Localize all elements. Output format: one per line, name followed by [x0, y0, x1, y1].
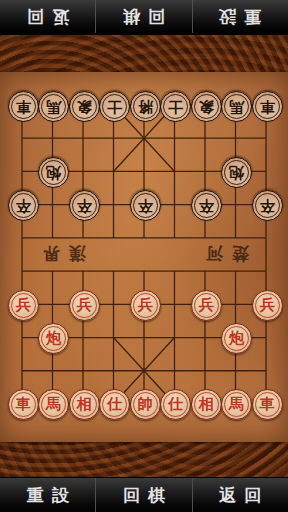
piece-black-soldier[interactable]: 卒 [130, 190, 161, 221]
piece-glyph: 卒 [199, 198, 214, 213]
piece-glyph: 將 [138, 99, 153, 114]
top-toolbar: 返回 回棋 重設 [0, 0, 288, 35]
back-button[interactable]: 返回 [192, 478, 288, 512]
xiangqi-app-screen: 返回 回棋 重設 漢界 楚河 車馬象士將士象馬車炮炮卒卒卒卒卒兵兵兵兵兵炮炮車馬… [0, 0, 288, 512]
reset-button[interactable]: 重設 [0, 478, 95, 512]
piece-red-chariot[interactable]: 車 [8, 389, 39, 420]
undo-button-label: 回棋 [123, 484, 173, 507]
piece-glyph: 炮 [46, 165, 61, 180]
piece-glyph: 士 [168, 99, 183, 114]
piece-glyph: 炮 [229, 165, 244, 180]
piece-glyph: 仕 [168, 397, 183, 412]
reset-button-top-label: 重設 [211, 5, 261, 28]
piece-black-advisor[interactable]: 士 [99, 91, 130, 122]
piece-glyph: 相 [199, 397, 214, 412]
piece-black-soldier[interactable]: 卒 [252, 190, 283, 221]
piece-red-soldier[interactable]: 兵 [8, 290, 39, 321]
bottom-toolbar: 重設 回棋 返回 [0, 477, 288, 512]
piece-glyph: 車 [260, 99, 275, 114]
back-button-top-label: 返回 [19, 5, 69, 28]
piece-glyph: 馬 [229, 99, 244, 114]
piece-glyph: 帥 [138, 397, 153, 412]
piece-red-soldier[interactable]: 兵 [130, 290, 161, 321]
back-button-label: 返回 [219, 484, 269, 507]
reset-button-top[interactable]: 重設 [192, 0, 288, 33]
piece-black-cannon[interactable]: 炮 [221, 157, 252, 188]
piece-red-soldier[interactable]: 兵 [252, 290, 283, 321]
piece-glyph: 兵 [260, 298, 275, 313]
piece-glyph: 兵 [138, 298, 153, 313]
piece-black-chariot[interactable]: 車 [8, 91, 39, 122]
piece-red-elephant[interactable]: 相 [191, 389, 222, 420]
piece-glyph: 士 [107, 99, 122, 114]
piece-red-elephant[interactable]: 相 [69, 389, 100, 420]
piece-glyph: 馬 [46, 99, 61, 114]
piece-glyph: 卒 [16, 198, 31, 213]
piece-black-chariot[interactable]: 車 [252, 91, 283, 122]
piece-black-cannon[interactable]: 炮 [38, 157, 69, 188]
piece-red-soldier[interactable]: 兵 [191, 290, 222, 321]
piece-glyph: 相 [77, 397, 92, 412]
piece-red-cannon[interactable]: 炮 [38, 323, 69, 354]
piece-black-horse[interactable]: 馬 [38, 91, 69, 122]
piece-black-general[interactable]: 將 [130, 91, 161, 122]
xiangqi-board[interactable]: 漢界 楚河 車馬象士將士象馬車炮炮卒卒卒卒卒兵兵兵兵兵炮炮車馬相仕帥仕相馬車 [0, 72, 288, 442]
piece-glyph: 車 [16, 397, 31, 412]
piece-black-elephant[interactable]: 象 [191, 91, 222, 122]
piece-black-soldier[interactable]: 卒 [8, 190, 39, 221]
reset-button-label: 重設 [27, 484, 77, 507]
piece-glyph: 炮 [46, 331, 61, 346]
piece-red-chariot[interactable]: 車 [252, 389, 283, 420]
undo-button[interactable]: 回棋 [95, 478, 191, 512]
piece-red-general[interactable]: 帥 [130, 389, 161, 420]
piece-glyph: 兵 [199, 298, 214, 313]
river-label-right: 楚河 [197, 242, 249, 265]
piece-glyph: 象 [199, 99, 214, 114]
piece-red-cannon[interactable]: 炮 [221, 323, 252, 354]
piece-glyph: 炮 [229, 331, 244, 346]
piece-black-advisor[interactable]: 士 [160, 91, 191, 122]
piece-red-soldier[interactable]: 兵 [69, 290, 100, 321]
piece-black-elephant[interactable]: 象 [69, 91, 100, 122]
piece-black-soldier[interactable]: 卒 [69, 190, 100, 221]
undo-button-top[interactable]: 回棋 [95, 0, 191, 33]
piece-glyph: 仕 [107, 397, 122, 412]
undo-button-top-label: 回棋 [115, 5, 165, 28]
piece-black-soldier[interactable]: 卒 [191, 190, 222, 221]
piece-glyph: 車 [260, 397, 275, 412]
piece-glyph: 卒 [138, 198, 153, 213]
piece-glyph: 馬 [46, 397, 61, 412]
piece-glyph: 卒 [77, 198, 92, 213]
piece-glyph: 車 [16, 99, 31, 114]
river-label-left: 漢界 [34, 242, 86, 265]
piece-glyph: 象 [77, 99, 92, 114]
piece-glyph: 兵 [77, 298, 92, 313]
piece-glyph: 馬 [229, 397, 244, 412]
back-button-top[interactable]: 返回 [0, 0, 95, 33]
piece-glyph: 卒 [260, 198, 275, 213]
piece-black-horse[interactable]: 馬 [221, 91, 252, 122]
piece-glyph: 兵 [16, 298, 31, 313]
